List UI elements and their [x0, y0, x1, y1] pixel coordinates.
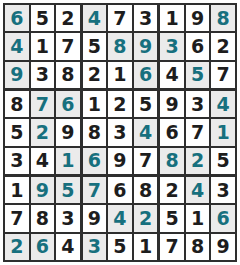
cell-r7c1[interactable]: 1 [5, 177, 29, 203]
cell-r9c1[interactable]: 2 [5, 234, 29, 260]
sudoku-box-8: 768942351 [83, 177, 158, 260]
cell-r6c4[interactable]: 6 [83, 148, 107, 174]
cell-r7c3[interactable]: 5 [56, 177, 80, 203]
cell-r8c3[interactable]: 3 [56, 205, 80, 231]
cell-r5c3[interactable]: 9 [56, 119, 80, 145]
cell-r2c9[interactable]: 2 [211, 33, 235, 59]
cell-r7c6[interactable]: 8 [134, 177, 158, 203]
cell-r9c3[interactable]: 4 [56, 234, 80, 260]
cell-r9c9[interactable]: 9 [211, 234, 235, 260]
cell-r2c1[interactable]: 4 [5, 33, 29, 59]
sudoku-box-3: 198362457 [160, 5, 235, 88]
cell-r1c8[interactable]: 9 [186, 5, 210, 31]
cell-r5c1[interactable]: 5 [5, 119, 29, 145]
cell-r8c2[interactable]: 8 [31, 205, 55, 231]
cell-r3c6[interactable]: 6 [134, 62, 158, 88]
cell-r8c5[interactable]: 4 [108, 205, 132, 231]
cell-r4c5[interactable]: 2 [108, 91, 132, 117]
cell-r8c9[interactable]: 6 [211, 205, 235, 231]
cell-r4c1[interactable]: 8 [5, 91, 29, 117]
cell-r5c2[interactable]: 2 [31, 119, 55, 145]
sudoku-box-2: 473589216 [83, 5, 158, 88]
cell-r6c8[interactable]: 2 [186, 148, 210, 174]
cell-r8c6[interactable]: 2 [134, 205, 158, 231]
cell-r5c8[interactable]: 7 [186, 119, 210, 145]
cell-r7c9[interactable]: 3 [211, 177, 235, 203]
sudoku-box-5: 125834697 [83, 91, 158, 174]
cell-r2c2[interactable]: 1 [31, 33, 55, 59]
cell-r1c1[interactable]: 6 [5, 5, 29, 31]
cell-r8c4[interactable]: 9 [83, 205, 107, 231]
cell-r9c7[interactable]: 7 [160, 234, 184, 260]
cell-r1c6[interactable]: 3 [134, 5, 158, 31]
cell-r7c4[interactable]: 7 [83, 177, 107, 203]
cell-r6c7[interactable]: 8 [160, 148, 184, 174]
cell-r3c3[interactable]: 8 [56, 62, 80, 88]
sudoku-box-7: 195783264 [5, 177, 80, 260]
cell-r8c1[interactable]: 7 [5, 205, 29, 231]
cell-r1c3[interactable]: 2 [56, 5, 80, 31]
cell-r6c2[interactable]: 4 [31, 148, 55, 174]
cell-r6c9[interactable]: 5 [211, 148, 235, 174]
cell-r1c2[interactable]: 5 [31, 5, 55, 31]
cell-r1c7[interactable]: 1 [160, 5, 184, 31]
cell-r3c5[interactable]: 1 [108, 62, 132, 88]
sudoku-box-4: 876529341 [5, 91, 80, 174]
cell-r4c9[interactable]: 4 [211, 91, 235, 117]
cell-r8c8[interactable]: 1 [186, 205, 210, 231]
cell-r2c8[interactable]: 6 [186, 33, 210, 59]
cell-r6c6[interactable]: 7 [134, 148, 158, 174]
cell-r3c9[interactable]: 7 [211, 62, 235, 88]
sudoku-box-9: 243516789 [160, 177, 235, 260]
cell-r2c5[interactable]: 8 [108, 33, 132, 59]
cell-r3c7[interactable]: 4 [160, 62, 184, 88]
cell-r9c5[interactable]: 5 [108, 234, 132, 260]
cell-r7c2[interactable]: 9 [31, 177, 55, 203]
cell-r6c1[interactable]: 3 [5, 148, 29, 174]
cell-r1c5[interactable]: 7 [108, 5, 132, 31]
cell-r4c2[interactable]: 7 [31, 91, 55, 117]
cell-r3c4[interactable]: 2 [83, 62, 107, 88]
cell-r4c6[interactable]: 5 [134, 91, 158, 117]
cell-r4c3[interactable]: 6 [56, 91, 80, 117]
cell-r3c1[interactable]: 9 [5, 62, 29, 88]
cell-r5c4[interactable]: 8 [83, 119, 107, 145]
cell-r2c6[interactable]: 9 [134, 33, 158, 59]
cell-r5c6[interactable]: 4 [134, 119, 158, 145]
sudoku-grid: 6524179384735892161983624578765293411258… [3, 3, 237, 262]
cell-r9c8[interactable]: 8 [186, 234, 210, 260]
cell-r5c9[interactable]: 1 [211, 119, 235, 145]
cell-r7c5[interactable]: 6 [108, 177, 132, 203]
cell-r8c7[interactable]: 5 [160, 205, 184, 231]
cell-r5c5[interactable]: 3 [108, 119, 132, 145]
cell-r6c5[interactable]: 9 [108, 148, 132, 174]
cell-r9c6[interactable]: 1 [134, 234, 158, 260]
cell-r4c7[interactable]: 9 [160, 91, 184, 117]
cell-r3c2[interactable]: 3 [31, 62, 55, 88]
cell-r9c2[interactable]: 6 [31, 234, 55, 260]
cell-r5c7[interactable]: 6 [160, 119, 184, 145]
cell-r9c4[interactable]: 3 [83, 234, 107, 260]
cell-r2c3[interactable]: 7 [56, 33, 80, 59]
cell-r1c9[interactable]: 8 [211, 5, 235, 31]
cell-r7c7[interactable]: 2 [160, 177, 184, 203]
cell-r4c4[interactable]: 1 [83, 91, 107, 117]
cell-r2c4[interactable]: 5 [83, 33, 107, 59]
cell-r4c8[interactable]: 3 [186, 91, 210, 117]
cell-r7c8[interactable]: 4 [186, 177, 210, 203]
sudoku-box-1: 652417938 [5, 5, 80, 88]
sudoku-box-6: 934671825 [160, 91, 235, 174]
cell-r6c3[interactable]: 1 [56, 148, 80, 174]
sudoku-board: 6524179384735892161983624578765293411258… [0, 0, 240, 265]
cell-r1c4[interactable]: 4 [83, 5, 107, 31]
cell-r3c8[interactable]: 5 [186, 62, 210, 88]
cell-r2c7[interactable]: 3 [160, 33, 184, 59]
